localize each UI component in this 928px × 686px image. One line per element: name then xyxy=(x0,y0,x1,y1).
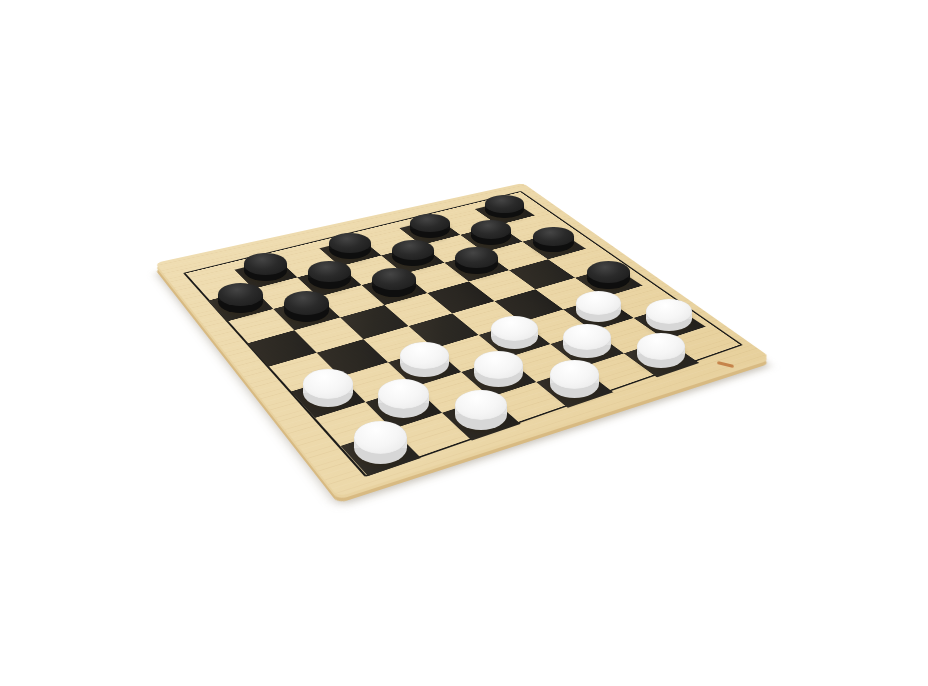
black-man-r1c6[interactable] xyxy=(471,220,512,245)
white-man-r6c3[interactable] xyxy=(474,351,523,387)
black-man-r4c7[interactable] xyxy=(587,261,630,289)
piece-top-face xyxy=(587,261,630,283)
piece-top-face xyxy=(329,233,370,253)
piece-top-face xyxy=(455,390,506,421)
black-man-r1c4[interactable] xyxy=(392,240,434,266)
piece-top-face xyxy=(563,324,610,350)
white-man-r7c0[interactable] xyxy=(354,421,407,464)
black-man-r1c2[interactable] xyxy=(308,261,351,289)
piece-top-face xyxy=(244,253,287,274)
white-man-r5c0[interactable] xyxy=(303,369,353,407)
black-man-r0c5[interactable] xyxy=(410,214,450,238)
checkers-product-photo xyxy=(0,0,928,686)
white-man-r7c4[interactable] xyxy=(550,360,600,397)
black-man-r0c3[interactable] xyxy=(329,233,370,259)
piece-top-face xyxy=(284,291,329,315)
white-man-r6c7[interactable] xyxy=(646,299,692,330)
piece-top-face xyxy=(218,283,263,306)
piece-top-face xyxy=(637,333,685,360)
white-man-r5c2[interactable] xyxy=(400,342,448,377)
piece-top-face xyxy=(646,299,692,323)
black-man-r1c0[interactable] xyxy=(218,283,263,313)
black-man-r2c5[interactable] xyxy=(455,247,497,274)
white-man-r7c6[interactable] xyxy=(637,333,685,368)
black-man-r2c7[interactable] xyxy=(533,227,574,252)
black-man-r2c3[interactable] xyxy=(372,268,416,297)
piece-top-face xyxy=(550,360,600,389)
piece-top-face xyxy=(392,240,434,260)
white-man-r5c4[interactable] xyxy=(491,316,538,349)
black-man-r2c1[interactable] xyxy=(284,291,329,322)
white-man-r6c5[interactable] xyxy=(563,324,610,358)
piece-top-face xyxy=(455,247,497,268)
piece-top-face xyxy=(485,195,524,213)
piece-top-face xyxy=(308,261,351,283)
piece-top-face xyxy=(474,351,523,379)
piece-top-face xyxy=(400,342,448,369)
piece-top-face xyxy=(576,291,621,315)
piece-top-face xyxy=(303,369,353,398)
black-man-r0c7[interactable] xyxy=(485,195,524,218)
white-man-r6c1[interactable] xyxy=(378,379,429,418)
piece-top-face xyxy=(491,316,538,341)
black-man-r0c1[interactable] xyxy=(244,253,287,281)
piece-top-face xyxy=(410,214,450,233)
white-man-r5c6[interactable] xyxy=(576,291,621,322)
white-man-r7c2[interactable] xyxy=(455,390,506,430)
